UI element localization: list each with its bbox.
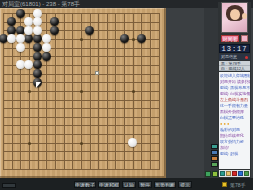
status-row: 对局信息 — [219, 54, 250, 60]
chat-message: 观战: 黑棋布局不错 — [220, 85, 249, 90]
corner-button[interactable] — [2, 183, 16, 188]
side-tool-button[interactable] — [211, 144, 218, 149]
chat-log[interactable]: 欢迎进入弈城围棋对局开始 请多指教观战: 黑棋布局不错观战: 白棋实地领先左上角… — [219, 72, 250, 169]
grid-line-v — [159, 13, 160, 170]
white-stone — [42, 34, 51, 43]
black-stone — [33, 43, 42, 52]
action-button[interactable]: 申请数子 — [74, 181, 96, 188]
white-stone — [128, 138, 137, 147]
star-point — [132, 38, 135, 41]
emoticon-button[interactable] — [238, 171, 243, 176]
white-stone — [24, 17, 33, 26]
right-panel: 对局者 13:17 对局信息 黑 · 第78手 白 · 观战12人 欢迎进入弈城… — [218, 2, 251, 178]
white-stone — [7, 34, 16, 43]
player-avatar — [221, 2, 248, 33]
star-point — [80, 142, 83, 145]
black-stone — [16, 9, 25, 18]
chat-message: 左上角战斗激烈 — [220, 97, 249, 102]
chat-message: 双方势均力敌 — [220, 139, 249, 144]
grid-line-h — [3, 169, 160, 170]
star-point — [28, 90, 31, 93]
black-stone — [50, 17, 59, 26]
chat-message: 期待后续变化 — [220, 133, 249, 138]
white-stone — [16, 60, 25, 69]
black-stone — [33, 34, 42, 43]
black-stone — [137, 34, 146, 43]
status-text: 对局信息 — [221, 54, 237, 59]
grid-line-v — [90, 13, 91, 170]
chat-message: 观战: 白棋实地领先 — [220, 91, 249, 96]
player-name-button[interactable]: 对局者 — [221, 35, 239, 42]
white-stone — [33, 26, 42, 35]
black-stone — [7, 26, 16, 35]
gift-button[interactable] — [241, 35, 248, 42]
black-stone — [16, 26, 25, 35]
black-stone — [7, 17, 16, 26]
star-point — [132, 90, 135, 93]
grid-line-h — [3, 151, 160, 152]
go-board[interactable] — [0, 8, 166, 178]
grid-line-v — [115, 13, 116, 170]
action-button[interactable]: 形势判断 — [154, 181, 176, 188]
side-tool-button[interactable] — [211, 150, 218, 155]
game-clock: 13:17 — [219, 44, 250, 53]
black-stone — [33, 60, 42, 69]
avatar-hand — [242, 13, 247, 19]
grid-line-h — [3, 134, 160, 135]
black-stone — [42, 52, 51, 61]
side-tool-button[interactable] — [211, 156, 218, 161]
grid-line-h — [3, 117, 160, 118]
white-stone — [33, 17, 42, 26]
side-tool-button[interactable] — [211, 162, 218, 167]
star-point — [80, 38, 83, 41]
white-stone — [42, 43, 51, 52]
emoticon-bar — [219, 170, 250, 177]
chat-message: 加油! — [220, 145, 249, 150]
game-window: 对局室(61801) - 238 - 第78手 对局者 13:17 对局信息 黑… — [0, 0, 253, 190]
bottom-bar: 申请数子申请和棋认输暂停形势判断提示 第78手 — [0, 178, 253, 190]
grid-line-v — [107, 13, 108, 170]
chat-message: 精彩的对局 — [220, 127, 249, 132]
pencil-icon[interactable] — [222, 182, 227, 187]
action-button[interactable]: 申请和棋 — [98, 181, 120, 188]
chat-message: 对局开始 请多指教 — [220, 79, 249, 84]
grid-line-h — [3, 108, 160, 109]
black-stone — [24, 34, 33, 43]
white-stone — [16, 43, 25, 52]
chat-message: 黑棋外势很厚 — [220, 109, 249, 114]
quick-button[interactable] — [205, 171, 211, 177]
black-stone — [120, 34, 129, 43]
star-point — [80, 90, 83, 93]
emoticon-button[interactable] — [232, 171, 237, 176]
white-stone — [16, 34, 25, 43]
record-dot-icon — [245, 56, 248, 59]
black-stone — [33, 52, 42, 61]
grid-line-h — [3, 160, 160, 161]
chat-message: 观战: 好棋 — [220, 151, 249, 156]
move-counter: 第78手 — [230, 182, 246, 188]
grid-line-h — [3, 100, 160, 101]
white-stone — [33, 9, 42, 18]
avatar-face — [230, 9, 240, 20]
white-stone — [24, 26, 33, 35]
title-bar: 对局室(61801) - 238 - 第78手 — [0, 0, 253, 8]
mouse-cursor-icon — [36, 82, 41, 88]
black-stone — [85, 26, 94, 35]
hover-square-marker — [95, 71, 99, 75]
white-stone — [24, 60, 33, 69]
emoticon-button[interactable] — [226, 171, 231, 176]
black-stone — [33, 69, 42, 78]
grid-line-v — [150, 13, 151, 170]
action-button[interactable]: 暂停 — [138, 181, 152, 188]
chat-message: 白棋需要治孤 — [220, 115, 249, 120]
star-point — [28, 142, 31, 145]
black-stone — [50, 26, 59, 35]
grid-line-h — [3, 125, 160, 126]
grid-line-v — [98, 13, 99, 170]
chat-message: 这一手很有力量 — [220, 103, 249, 108]
emoticon-button[interactable] — [220, 171, 225, 176]
emoticon-button[interactable] — [244, 171, 249, 176]
chat-message: 欢迎进入弈城围棋 — [220, 73, 249, 78]
info-row-white: 白 · 观战12人 — [219, 66, 250, 71]
chat-message: ● ● ● — [220, 121, 249, 126]
action-button[interactable]: 提示 — [178, 181, 192, 188]
action-button[interactable]: 认输 — [122, 181, 136, 188]
